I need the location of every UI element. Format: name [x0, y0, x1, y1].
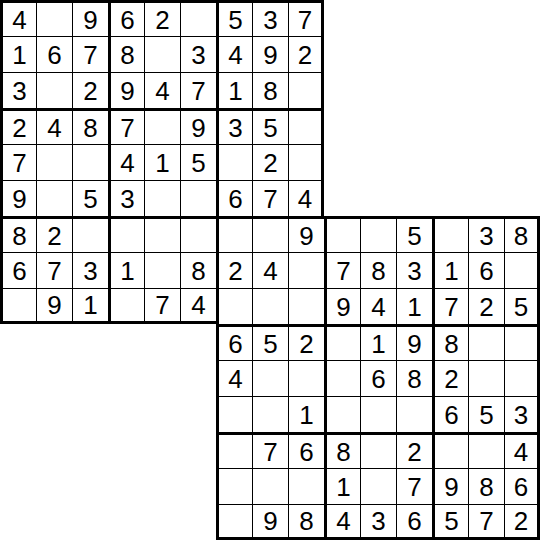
cell-r15-c13[interactable]: 5	[432, 504, 468, 540]
outside-area	[504, 72, 540, 108]
cell-r3-c1[interactable]: 3	[0, 72, 36, 108]
cell-r12-c9[interactable]: 1	[288, 396, 324, 432]
cell-r9-c1[interactable]	[0, 288, 36, 324]
outside-area	[396, 36, 432, 72]
cell-r8-c12[interactable]: 3	[396, 252, 432, 288]
cell-r12-c12[interactable]	[396, 396, 432, 432]
cell-r11-c11[interactable]: 6	[360, 360, 396, 396]
cell-r11-c13[interactable]: 2	[432, 360, 468, 396]
cell-r3-c2[interactable]	[36, 72, 72, 108]
given-digit: 7	[298, 7, 312, 33]
outside-area	[72, 360, 108, 396]
cell-r9-c13[interactable]: 7	[432, 288, 468, 324]
outside-area	[468, 180, 504, 216]
cell-r3-c8[interactable]: 8	[252, 72, 288, 108]
given-digit: 1	[83, 292, 97, 318]
given-digit: 3	[263, 7, 277, 33]
outside-area	[180, 396, 216, 432]
outside-area	[324, 180, 360, 216]
cell-r8-c10[interactable]: 7	[324, 252, 360, 288]
cell-r8-c2[interactable]: 7	[36, 252, 72, 288]
cell-r14-c13[interactable]: 9	[432, 468, 468, 504]
cell-r4-c4[interactable]: 7	[108, 108, 144, 144]
outside-area	[108, 504, 144, 540]
outside-area	[504, 0, 540, 36]
cell-r9-c12[interactable]: 1	[396, 288, 432, 324]
given-digit: 8	[336, 439, 350, 465]
given-digit: 5	[228, 7, 242, 33]
outside-area	[324, 108, 360, 144]
outside-area	[360, 144, 396, 180]
cell-r2-c6[interactable]: 3	[180, 36, 216, 72]
cell-r12-c10[interactable]	[324, 396, 360, 432]
outside-area	[504, 180, 540, 216]
cell-r10-c9[interactable]: 2	[288, 324, 324, 360]
outside-area	[36, 324, 72, 360]
outside-area	[360, 108, 396, 144]
cell-r8-c11[interactable]: 8	[360, 252, 396, 288]
cell-r1-c5[interactable]: 2	[144, 0, 180, 36]
given-digit: 1	[228, 78, 242, 104]
cell-r13-c8[interactable]: 7	[252, 432, 288, 468]
cell-r1-c6[interactable]	[180, 0, 216, 36]
given-digit: 8	[12, 223, 26, 249]
outside-area	[468, 144, 504, 180]
given-digit: 6	[479, 258, 493, 284]
cell-r7-c9[interactable]: 9	[288, 216, 324, 252]
given-digit: 6	[407, 508, 421, 534]
cell-r4-c2[interactable]: 4	[36, 108, 72, 144]
cell-r9-c15[interactable]: 5	[504, 288, 540, 324]
outside-area	[360, 36, 396, 72]
cell-r9-c11[interactable]: 4	[360, 288, 396, 324]
cell-r8-c8[interactable]: 4	[252, 252, 288, 288]
cell-r6-c9[interactable]: 4	[288, 180, 324, 216]
cell-r4-c1[interactable]: 2	[0, 108, 36, 144]
cell-r10-c13[interactable]: 8	[432, 324, 468, 360]
outside-area	[468, 36, 504, 72]
given-digit: 7	[12, 150, 26, 176]
cell-r3-c7[interactable]: 1	[216, 72, 252, 108]
cell-r4-c3[interactable]: 8	[72, 108, 108, 144]
outside-area	[180, 504, 216, 540]
outside-area	[396, 0, 432, 36]
given-digit: 4	[120, 150, 134, 176]
given-digit: 5	[191, 150, 205, 176]
cell-r5-c3[interactable]	[72, 144, 108, 180]
outside-area	[468, 0, 504, 36]
given-digit: 8	[479, 474, 493, 500]
cell-r12-c11[interactable]	[360, 396, 396, 432]
given-digit: 5	[444, 508, 458, 534]
cell-r11-c10[interactable]	[324, 360, 360, 396]
given-digit: 5	[407, 223, 421, 249]
cell-r15-c7[interactable]	[216, 504, 252, 540]
cell-r14-c7[interactable]	[216, 468, 252, 504]
given-digit: 8	[263, 78, 277, 104]
cell-r15-c15[interactable]: 2	[504, 504, 540, 540]
cell-r15-c11[interactable]: 3	[360, 504, 396, 540]
cell-r11-c8[interactable]	[252, 360, 288, 396]
cell-r1-c1[interactable]: 4	[0, 0, 36, 36]
cell-r2-c9[interactable]: 2	[288, 36, 324, 72]
cell-r15-c10[interactable]: 4	[324, 504, 360, 540]
given-digit: 4	[12, 7, 26, 33]
given-digit: 1	[371, 331, 385, 357]
given-digit: 6	[47, 42, 61, 68]
cell-r11-c7[interactable]: 4	[216, 360, 252, 396]
given-digit: 8	[371, 258, 385, 284]
given-digit: 2	[298, 42, 312, 68]
cell-r9-c10[interactable]: 9	[324, 288, 360, 324]
outside-area	[468, 72, 504, 108]
given-digit: 6	[371, 366, 385, 392]
cell-r6-c3[interactable]: 5	[72, 180, 108, 216]
given-digit: 9	[12, 186, 26, 212]
given-digit: 3	[228, 115, 242, 141]
given-digit: 3	[514, 402, 528, 428]
given-digit: 3	[12, 78, 26, 104]
cell-r9-c7[interactable]	[216, 288, 252, 324]
given-digit: 6	[444, 402, 458, 428]
cell-r8-c13[interactable]: 1	[432, 252, 468, 288]
sudoku-board: 4962537167834923294718248793574152953674…	[0, 0, 540, 540]
outside-area	[0, 468, 36, 504]
given-digit: 8	[407, 366, 421, 392]
cell-r12-c14[interactable]: 5	[468, 396, 504, 432]
given-digit: 6	[514, 474, 528, 500]
outside-area	[360, 180, 396, 216]
outside-area	[108, 324, 144, 360]
outside-area	[180, 468, 216, 504]
cell-r3-c3[interactable]: 2	[72, 72, 108, 108]
cell-r7-c8[interactable]	[252, 216, 288, 252]
cell-r9-c6[interactable]: 4	[180, 288, 216, 324]
given-digit: 2	[228, 258, 242, 284]
cell-r7-c11[interactable]	[360, 216, 396, 252]
cell-r11-c12[interactable]: 8	[396, 360, 432, 396]
cell-r14-c12[interactable]: 7	[396, 468, 432, 504]
outside-area	[108, 360, 144, 396]
cell-r13-c15[interactable]: 4	[504, 432, 540, 468]
given-digit: 5	[479, 402, 493, 428]
cell-r10-c12[interactable]: 9	[396, 324, 432, 360]
cell-r10-c8[interactable]: 5	[252, 324, 288, 360]
cell-r15-c12[interactable]: 6	[396, 504, 432, 540]
outside-area	[180, 432, 216, 468]
outside-area	[396, 72, 432, 108]
cell-r5-c9[interactable]	[288, 144, 324, 180]
cell-r12-c15[interactable]: 3	[504, 396, 540, 432]
cell-r13-c9[interactable]: 6	[288, 432, 324, 468]
outside-area	[0, 504, 36, 540]
outside-area	[36, 432, 72, 468]
given-digit: 1	[299, 402, 313, 428]
cell-r13-c14[interactable]	[468, 432, 504, 468]
outside-area	[360, 0, 396, 36]
given-digit: 2	[444, 366, 458, 392]
cell-r7-c7[interactable]	[216, 216, 252, 252]
cell-r8-c9[interactable]	[288, 252, 324, 288]
outside-area	[396, 144, 432, 180]
cell-r14-c9[interactable]	[288, 468, 324, 504]
cell-r5-c5[interactable]: 1	[144, 144, 180, 180]
given-digit: 7	[407, 474, 421, 500]
cell-r13-c11[interactable]	[360, 432, 396, 468]
outside-area	[360, 72, 396, 108]
cell-r9-c8[interactable]	[252, 288, 288, 324]
outside-area	[432, 144, 468, 180]
given-digit: 5	[263, 331, 277, 357]
cell-r6-c4[interactable]: 3	[108, 180, 144, 216]
outside-area	[324, 0, 360, 36]
cell-r11-c9[interactable]	[288, 360, 324, 396]
given-digit: 8	[191, 258, 205, 284]
given-digit: 9	[299, 223, 313, 249]
given-digit: 9	[263, 508, 277, 534]
outside-area	[144, 468, 180, 504]
given-digit: 4	[263, 258, 277, 284]
cell-r4-c8[interactable]: 5	[252, 108, 288, 144]
cell-r9-c9[interactable]	[288, 288, 324, 324]
given-digit: 4	[514, 439, 528, 465]
given-digit: 8	[514, 223, 528, 249]
given-digit: 1	[120, 258, 134, 284]
cell-r8-c14[interactable]: 6	[468, 252, 504, 288]
cell-r2-c4[interactable]: 8	[108, 36, 144, 72]
outside-area	[504, 36, 540, 72]
given-digit: 2	[299, 331, 313, 357]
given-digit: 2	[47, 223, 61, 249]
cell-r4-c6[interactable]: 9	[180, 108, 216, 144]
outside-area	[468, 108, 504, 144]
outside-area	[324, 72, 360, 108]
cell-r7-c4[interactable]	[108, 216, 144, 252]
outside-area	[72, 396, 108, 432]
given-digit: 7	[155, 292, 169, 318]
given-digit: 2	[514, 508, 528, 534]
cell-r8-c7[interactable]: 2	[216, 252, 252, 288]
given-digit: 7	[120, 115, 134, 141]
cell-r1-c3[interactable]: 9	[72, 0, 108, 36]
given-digit: 6	[12, 258, 26, 284]
outside-area	[396, 108, 432, 144]
cell-r7-c3[interactable]	[72, 216, 108, 252]
cell-r2-c1[interactable]: 1	[0, 36, 36, 72]
cell-r10-c11[interactable]: 1	[360, 324, 396, 360]
cell-r9-c3[interactable]: 1	[72, 288, 108, 324]
cell-r1-c2[interactable]	[36, 0, 72, 36]
outside-area	[144, 324, 180, 360]
cell-r15-c8[interactable]: 9	[252, 504, 288, 540]
cell-r3-c6[interactable]: 7	[180, 72, 216, 108]
outside-area	[108, 432, 144, 468]
outside-area	[144, 396, 180, 432]
cell-r13-c7[interactable]	[216, 432, 252, 468]
given-digit: 4	[47, 115, 61, 141]
cell-r3-c4[interactable]: 9	[108, 72, 144, 108]
given-digit: 2	[83, 78, 97, 104]
cell-r7-c5[interactable]	[144, 216, 180, 252]
cell-r8-c5[interactable]	[144, 252, 180, 288]
cell-r6-c8[interactable]: 7	[252, 180, 288, 216]
cell-r2-c5[interactable]	[144, 36, 180, 72]
cell-r12-c8[interactable]	[252, 396, 288, 432]
cell-r10-c15[interactable]	[504, 324, 540, 360]
cell-r10-c14[interactable]	[468, 324, 504, 360]
given-digit: 7	[336, 258, 350, 284]
cell-r15-c14[interactable]: 7	[468, 504, 504, 540]
given-digit: 9	[120, 78, 134, 104]
cell-r15-c9[interactable]: 8	[288, 504, 324, 540]
cell-r8-c15[interactable]	[504, 252, 540, 288]
outside-area	[432, 36, 468, 72]
given-digit: 3	[479, 223, 493, 249]
given-digit: 5	[83, 186, 97, 212]
cell-r1-c8[interactable]: 3	[252, 0, 288, 36]
cell-r5-c2[interactable]	[36, 144, 72, 180]
outside-area	[36, 396, 72, 432]
given-digit: 7	[191, 78, 205, 104]
outside-area	[0, 432, 36, 468]
cell-r7-c14[interactable]: 3	[468, 216, 504, 252]
outside-area	[108, 468, 144, 504]
outside-area	[72, 432, 108, 468]
outside-area	[36, 360, 72, 396]
cell-r7-c1[interactable]: 8	[0, 216, 36, 252]
cell-r11-c15[interactable]	[504, 360, 540, 396]
cell-r2-c7[interactable]: 4	[216, 36, 252, 72]
cell-r6-c1[interactable]: 9	[0, 180, 36, 216]
cell-r5-c1[interactable]: 7	[0, 144, 36, 180]
outside-area	[180, 324, 216, 360]
cell-r14-c14[interactable]: 8	[468, 468, 504, 504]
cell-r6-c2[interactable]	[36, 180, 72, 216]
outside-area	[0, 360, 36, 396]
given-digit: 2	[263, 150, 277, 176]
cell-r7-c13[interactable]	[432, 216, 468, 252]
cell-r8-c4[interactable]: 1	[108, 252, 144, 288]
cell-r9-c2[interactable]: 9	[36, 288, 72, 324]
cell-r3-c5[interactable]: 4	[144, 72, 180, 108]
given-digit: 3	[120, 186, 134, 212]
given-digit: 2	[407, 439, 421, 465]
cell-r13-c10[interactable]: 8	[324, 432, 360, 468]
cell-r8-c6[interactable]: 8	[180, 252, 216, 288]
outside-area	[72, 324, 108, 360]
outside-area	[504, 144, 540, 180]
cell-r8-c3[interactable]: 3	[72, 252, 108, 288]
cell-r7-c15[interactable]: 8	[504, 216, 540, 252]
cell-r5-c4[interactable]: 4	[108, 144, 144, 180]
given-digit: 4	[228, 366, 242, 392]
cell-r1-c9[interactable]: 7	[288, 0, 324, 36]
outside-area	[72, 504, 108, 540]
cell-r9-c5[interactable]: 7	[144, 288, 180, 324]
cell-r4-c7[interactable]: 3	[216, 108, 252, 144]
cell-r10-c7[interactable]: 6	[216, 324, 252, 360]
outside-area	[432, 0, 468, 36]
outside-area	[396, 180, 432, 216]
cell-r5-c8[interactable]: 2	[252, 144, 288, 180]
outside-area	[144, 360, 180, 396]
given-digit: 9	[444, 474, 458, 500]
cell-r14-c11[interactable]	[360, 468, 396, 504]
cell-r7-c2[interactable]: 2	[36, 216, 72, 252]
outside-area	[72, 468, 108, 504]
cell-r6-c5[interactable]	[144, 180, 180, 216]
given-digit: 3	[191, 42, 205, 68]
outside-area	[504, 108, 540, 144]
cell-r14-c15[interactable]: 6	[504, 468, 540, 504]
given-digit: 1	[407, 294, 421, 320]
given-digit: 1	[336, 474, 350, 500]
cell-r7-c6[interactable]	[180, 216, 216, 252]
outside-area	[0, 324, 36, 360]
cell-r3-c9[interactable]	[288, 72, 324, 108]
outside-area	[144, 504, 180, 540]
cell-r7-c10[interactable]	[324, 216, 360, 252]
given-digit: 6	[120, 7, 134, 33]
given-digit: 7	[263, 439, 277, 465]
given-digit: 9	[83, 7, 97, 33]
cell-r7-c12[interactable]: 5	[396, 216, 432, 252]
cell-r9-c14[interactable]: 2	[468, 288, 504, 324]
cell-r2-c8[interactable]: 9	[252, 36, 288, 72]
cell-r11-c14[interactable]	[468, 360, 504, 396]
given-digit: 2	[12, 115, 26, 141]
given-digit: 4	[298, 186, 312, 212]
cell-r1-c7[interactable]: 5	[216, 0, 252, 36]
cell-r12-c13[interactable]: 6	[432, 396, 468, 432]
cell-r4-c5[interactable]	[144, 108, 180, 144]
cell-r6-c6[interactable]	[180, 180, 216, 216]
cell-r10-c10[interactable]	[324, 324, 360, 360]
given-digit: 9	[191, 115, 205, 141]
given-digit: 4	[155, 78, 169, 104]
cell-r5-c7[interactable]	[216, 144, 252, 180]
cell-r1-c4[interactable]: 6	[108, 0, 144, 36]
given-digit: 7	[47, 258, 61, 284]
cell-r14-c10[interactable]: 1	[324, 468, 360, 504]
outside-area	[144, 432, 180, 468]
given-digit: 6	[228, 186, 242, 212]
outside-area	[36, 504, 72, 540]
given-digit: 6	[228, 331, 242, 357]
cell-r6-c7[interactable]: 6	[216, 180, 252, 216]
cell-r8-c1[interactable]: 6	[0, 252, 36, 288]
given-digit: 9	[47, 292, 61, 318]
cell-r14-c8[interactable]	[252, 468, 288, 504]
given-digit: 8	[444, 331, 458, 357]
outside-area	[180, 360, 216, 396]
given-digit: 7	[479, 508, 493, 534]
given-digit: 3	[407, 258, 421, 284]
given-digit: 5	[514, 294, 528, 320]
given-digit: 9	[263, 42, 277, 68]
cell-r5-c6[interactable]: 5	[180, 144, 216, 180]
cell-r12-c7[interactable]	[216, 396, 252, 432]
cell-r13-c13[interactable]	[432, 432, 468, 468]
given-digit: 4	[228, 42, 242, 68]
cell-r2-c3[interactable]: 7	[72, 36, 108, 72]
outside-area	[432, 108, 468, 144]
cell-r13-c12[interactable]: 2	[396, 432, 432, 468]
cell-r9-c4[interactable]	[108, 288, 144, 324]
cell-r4-c9[interactable]	[288, 108, 324, 144]
outside-area	[0, 396, 36, 432]
cell-r2-c2[interactable]: 6	[36, 36, 72, 72]
